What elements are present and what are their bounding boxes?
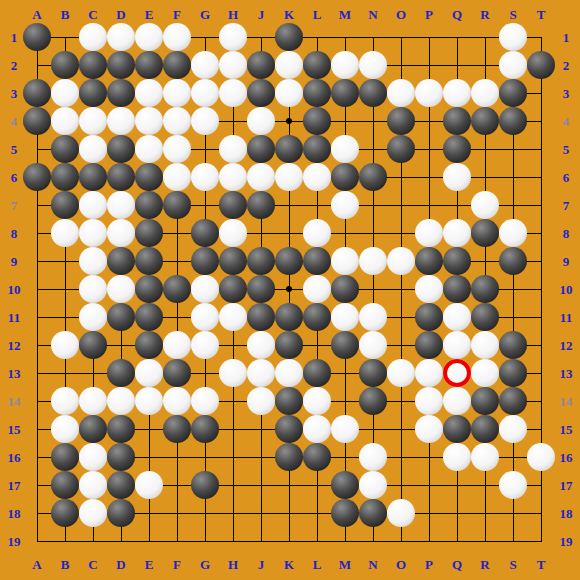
stone-black-D9[interactable] <box>107 247 135 275</box>
last-move-marker <box>443 359 471 387</box>
stone-white-N9[interactable] <box>359 247 387 275</box>
stone-black-L9[interactable] <box>303 247 331 275</box>
stone-black-D15[interactable] <box>107 415 135 443</box>
row-label-right-2: 2 <box>552 51 580 79</box>
stone-white-B14[interactable] <box>51 387 79 415</box>
col-label-top-J: J <box>247 0 275 28</box>
stone-black-C15[interactable] <box>79 415 107 443</box>
stone-white-N17[interactable] <box>359 471 387 499</box>
stone-black-D17[interactable] <box>107 471 135 499</box>
column-labels-bottom: ABCDEFGHJKLMNOPQRST <box>23 550 555 578</box>
stone-white-B8[interactable] <box>51 219 79 247</box>
stone-black-E10[interactable] <box>135 275 163 303</box>
stone-white-O13[interactable] <box>387 359 415 387</box>
col-label-top-H: H <box>219 0 247 28</box>
stone-white-K6[interactable] <box>275 163 303 191</box>
stone-white-H8[interactable] <box>219 219 247 247</box>
stone-black-Q5[interactable] <box>443 135 471 163</box>
stone-white-L14[interactable] <box>303 387 331 415</box>
stone-black-N13[interactable] <box>359 359 387 387</box>
stone-white-N2[interactable] <box>359 51 387 79</box>
col-label-bottom-L: L <box>303 550 331 578</box>
column-labels-top: ABCDEFGHJKLMNOPQRST <box>23 0 555 28</box>
col-label-top-S: S <box>499 0 527 28</box>
stone-white-S15[interactable] <box>499 415 527 443</box>
row-label-left-1: 1 <box>0 23 28 51</box>
stone-white-R16[interactable] <box>471 443 499 471</box>
stone-black-C6[interactable] <box>79 163 107 191</box>
col-label-top-C: C <box>79 0 107 28</box>
stone-black-L16[interactable] <box>303 443 331 471</box>
stone-black-N18[interactable] <box>359 499 387 527</box>
stone-white-B15[interactable] <box>51 415 79 443</box>
stone-black-D18[interactable] <box>107 499 135 527</box>
row-labels-left: 12345678910111213141516171819 <box>0 23 28 555</box>
stone-white-H3[interactable] <box>219 79 247 107</box>
row-label-left-10: 10 <box>0 275 28 303</box>
stone-white-L8[interactable] <box>303 219 331 247</box>
stone-white-Q12[interactable] <box>443 331 471 359</box>
stone-white-K2[interactable] <box>275 51 303 79</box>
stone-black-J7[interactable] <box>247 191 275 219</box>
stone-white-D14[interactable] <box>107 387 135 415</box>
stone-black-H10[interactable] <box>219 275 247 303</box>
stone-white-Q14[interactable] <box>443 387 471 415</box>
stone-white-C9[interactable] <box>79 247 107 275</box>
stone-white-E4[interactable] <box>135 107 163 135</box>
stone-white-D7[interactable] <box>107 191 135 219</box>
stone-white-S2[interactable] <box>499 51 527 79</box>
stone-black-T2[interactable] <box>527 51 555 79</box>
row-label-left-9: 9 <box>0 247 28 275</box>
stone-white-H2[interactable] <box>219 51 247 79</box>
stone-white-P15[interactable] <box>415 415 443 443</box>
stone-white-R3[interactable] <box>471 79 499 107</box>
stone-black-K12[interactable] <box>275 331 303 359</box>
stone-black-B6[interactable] <box>51 163 79 191</box>
stone-black-L4[interactable] <box>303 107 331 135</box>
stone-black-L3[interactable] <box>303 79 331 107</box>
stone-white-N16[interactable] <box>359 443 387 471</box>
stone-white-C17[interactable] <box>79 471 107 499</box>
stone-black-Q4[interactable] <box>443 107 471 135</box>
col-label-bottom-T: T <box>527 550 555 578</box>
row-label-left-19: 19 <box>0 527 28 555</box>
stone-black-P11[interactable] <box>415 303 443 331</box>
stone-black-C12[interactable] <box>79 331 107 359</box>
row-label-left-12: 12 <box>0 331 28 359</box>
col-label-top-G: G <box>191 0 219 28</box>
stone-white-M5[interactable] <box>331 135 359 163</box>
col-label-top-Q: Q <box>443 0 471 28</box>
stone-white-J4[interactable] <box>247 107 275 135</box>
stone-white-C16[interactable] <box>79 443 107 471</box>
stone-black-H9[interactable] <box>219 247 247 275</box>
col-label-bottom-R: R <box>471 550 499 578</box>
stone-black-C3[interactable] <box>79 79 107 107</box>
stone-white-M7[interactable] <box>331 191 359 219</box>
stone-black-Q10[interactable] <box>443 275 471 303</box>
row-label-right-3: 3 <box>552 79 580 107</box>
stone-white-M11[interactable] <box>331 303 359 331</box>
stone-white-G12[interactable] <box>191 331 219 359</box>
stone-white-Q16[interactable] <box>443 443 471 471</box>
stone-black-O4[interactable] <box>387 107 415 135</box>
stone-black-J9[interactable] <box>247 247 275 275</box>
stone-black-B2[interactable] <box>51 51 79 79</box>
stone-black-G17[interactable] <box>191 471 219 499</box>
go-game-screenshot: ABCDEFGHJKLMNOPQRST ABCDEFGHJKLMNOPQRST … <box>0 0 580 580</box>
stone-white-L15[interactable] <box>303 415 331 443</box>
col-label-bottom-S: S <box>499 550 527 578</box>
stone-black-Q15[interactable] <box>443 415 471 443</box>
stone-white-P3[interactable] <box>415 79 443 107</box>
stone-white-K3[interactable] <box>275 79 303 107</box>
stone-black-D6[interactable] <box>107 163 135 191</box>
stone-white-E14[interactable] <box>135 387 163 415</box>
stone-white-S8[interactable] <box>499 219 527 247</box>
stone-black-G9[interactable] <box>191 247 219 275</box>
stone-white-C8[interactable] <box>79 219 107 247</box>
col-label-top-T: T <box>527 0 555 28</box>
stone-black-D11[interactable] <box>107 303 135 331</box>
col-label-top-M: M <box>331 0 359 28</box>
stone-white-B3[interactable] <box>51 79 79 107</box>
row-label-right-6: 6 <box>552 163 580 191</box>
stone-white-C14[interactable] <box>79 387 107 415</box>
stone-black-E2[interactable] <box>135 51 163 79</box>
stone-black-K16[interactable] <box>275 443 303 471</box>
stone-white-Q6[interactable] <box>443 163 471 191</box>
stone-black-K11[interactable] <box>275 303 303 331</box>
stone-white-Q11[interactable] <box>443 303 471 331</box>
stone-black-K9[interactable] <box>275 247 303 275</box>
stone-white-E17[interactable] <box>135 471 163 499</box>
stone-black-B5[interactable] <box>51 135 79 163</box>
stone-black-E6[interactable] <box>135 163 163 191</box>
row-label-right-11: 11 <box>552 303 580 331</box>
stone-black-F15[interactable] <box>163 415 191 443</box>
stone-black-H7[interactable] <box>219 191 247 219</box>
stone-white-H11[interactable] <box>219 303 247 331</box>
stone-white-D8[interactable] <box>107 219 135 247</box>
stone-white-C5[interactable] <box>79 135 107 163</box>
col-label-top-P: P <box>415 0 443 28</box>
stone-white-F6[interactable] <box>163 163 191 191</box>
stone-black-N14[interactable] <box>359 387 387 415</box>
stone-white-F5[interactable] <box>163 135 191 163</box>
stone-black-E11[interactable] <box>135 303 163 331</box>
row-label-left-5: 5 <box>0 135 28 163</box>
stone-black-B18[interactable] <box>51 499 79 527</box>
stone-white-J13[interactable] <box>247 359 275 387</box>
stone-white-E13[interactable] <box>135 359 163 387</box>
stone-white-G10[interactable] <box>191 275 219 303</box>
stone-black-M18[interactable] <box>331 499 359 527</box>
stone-white-P8[interactable] <box>415 219 443 247</box>
stone-black-F7[interactable] <box>163 191 191 219</box>
stone-white-H13[interactable] <box>219 359 247 387</box>
stone-black-K14[interactable] <box>275 387 303 415</box>
stone-white-G6[interactable] <box>191 163 219 191</box>
row-label-left-6: 6 <box>0 163 28 191</box>
stone-white-B12[interactable] <box>51 331 79 359</box>
stone-white-D10[interactable] <box>107 275 135 303</box>
stone-white-C18[interactable] <box>79 499 107 527</box>
stone-black-M10[interactable] <box>331 275 359 303</box>
col-label-bottom-E: E <box>135 550 163 578</box>
stone-black-D13[interactable] <box>107 359 135 387</box>
stone-white-R12[interactable] <box>471 331 499 359</box>
stone-black-D3[interactable] <box>107 79 135 107</box>
stone-black-S13[interactable] <box>499 359 527 387</box>
stone-black-J11[interactable] <box>247 303 275 331</box>
stone-black-N6[interactable] <box>359 163 387 191</box>
stone-black-L5[interactable] <box>303 135 331 163</box>
stone-white-M15[interactable] <box>331 415 359 443</box>
stone-black-J10[interactable] <box>247 275 275 303</box>
stone-black-S4[interactable] <box>499 107 527 135</box>
col-label-bottom-J: J <box>247 550 275 578</box>
stone-black-D16[interactable] <box>107 443 135 471</box>
stone-black-G8[interactable] <box>191 219 219 247</box>
stone-white-P14[interactable] <box>415 387 443 415</box>
stone-black-E12[interactable] <box>135 331 163 359</box>
stone-white-S17[interactable] <box>499 471 527 499</box>
stone-black-M12[interactable] <box>331 331 359 359</box>
stone-black-P12[interactable] <box>415 331 443 359</box>
row-label-right-15: 15 <box>552 415 580 443</box>
row-label-left-18: 18 <box>0 499 28 527</box>
stone-black-Q9[interactable] <box>443 247 471 275</box>
stone-white-O18[interactable] <box>387 499 415 527</box>
row-label-right-13: 13 <box>552 359 580 387</box>
row-label-left-2: 2 <box>0 51 28 79</box>
stone-black-P9[interactable] <box>415 247 443 275</box>
stone-white-F3[interactable] <box>163 79 191 107</box>
col-label-bottom-O: O <box>387 550 415 578</box>
go-board[interactable] <box>23 23 555 555</box>
stone-white-J6[interactable] <box>247 163 275 191</box>
stone-white-K13[interactable] <box>275 359 303 387</box>
stone-black-E9[interactable] <box>135 247 163 275</box>
stone-white-F12[interactable] <box>163 331 191 359</box>
stone-white-T16[interactable] <box>527 443 555 471</box>
col-label-bottom-G: G <box>191 550 219 578</box>
stone-black-K15[interactable] <box>275 415 303 443</box>
stone-white-M9[interactable] <box>331 247 359 275</box>
stone-black-N3[interactable] <box>359 79 387 107</box>
stone-black-F10[interactable] <box>163 275 191 303</box>
stone-white-E3[interactable] <box>135 79 163 107</box>
row-label-left-8: 8 <box>0 219 28 247</box>
stone-black-B17[interactable] <box>51 471 79 499</box>
stone-black-R10[interactable] <box>471 275 499 303</box>
stone-white-H5[interactable] <box>219 135 247 163</box>
stone-white-F4[interactable] <box>163 107 191 135</box>
row-label-right-14: 14 <box>552 387 580 415</box>
row-label-right-8: 8 <box>552 219 580 247</box>
row-label-right-10: 10 <box>552 275 580 303</box>
stone-black-R4[interactable] <box>471 107 499 135</box>
stone-white-C4[interactable] <box>79 107 107 135</box>
stone-black-M6[interactable] <box>331 163 359 191</box>
row-label-right-18: 18 <box>552 499 580 527</box>
col-label-bottom-M: M <box>331 550 359 578</box>
col-label-bottom-K: K <box>275 550 303 578</box>
stone-black-J5[interactable] <box>247 135 275 163</box>
stone-white-B4[interactable] <box>51 107 79 135</box>
stone-white-G4[interactable] <box>191 107 219 135</box>
stone-white-M2[interactable] <box>331 51 359 79</box>
stone-black-K5[interactable] <box>275 135 303 163</box>
stone-white-N12[interactable] <box>359 331 387 359</box>
stone-black-J2[interactable] <box>247 51 275 79</box>
stone-black-R8[interactable] <box>471 219 499 247</box>
stone-black-G15[interactable] <box>191 415 219 443</box>
row-label-left-15: 15 <box>0 415 28 443</box>
col-label-bottom-H: H <box>219 550 247 578</box>
row-labels-right: 12345678910111213141516171819 <box>552 23 580 555</box>
stone-white-G3[interactable] <box>191 79 219 107</box>
stone-black-S9[interactable] <box>499 247 527 275</box>
row-label-right-5: 5 <box>552 135 580 163</box>
stone-black-E7[interactable] <box>135 191 163 219</box>
stone-white-L6[interactable] <box>303 163 331 191</box>
stone-white-E5[interactable] <box>135 135 163 163</box>
stone-white-J12[interactable] <box>247 331 275 359</box>
stone-black-B7[interactable] <box>51 191 79 219</box>
stone-white-R7[interactable] <box>471 191 499 219</box>
col-label-top-R: R <box>471 0 499 28</box>
row-label-right-16: 16 <box>552 443 580 471</box>
stone-white-R13[interactable] <box>471 359 499 387</box>
col-label-bottom-Q: Q <box>443 550 471 578</box>
stone-black-E8[interactable] <box>135 219 163 247</box>
row-label-right-19: 19 <box>552 527 580 555</box>
row-label-left-11: 11 <box>0 303 28 331</box>
stone-white-C7[interactable] <box>79 191 107 219</box>
stone-white-Q3[interactable] <box>443 79 471 107</box>
stone-black-F13[interactable] <box>163 359 191 387</box>
stone-white-L10[interactable] <box>303 275 331 303</box>
stone-black-S3[interactable] <box>499 79 527 107</box>
stone-black-F2[interactable] <box>163 51 191 79</box>
stone-black-M3[interactable] <box>331 79 359 107</box>
row-label-left-4: 4 <box>0 107 28 135</box>
stone-black-C2[interactable] <box>79 51 107 79</box>
stone-white-O9[interactable] <box>387 247 415 275</box>
col-label-top-N: N <box>359 0 387 28</box>
col-label-top-F: F <box>163 0 191 28</box>
stone-black-D2[interactable] <box>107 51 135 79</box>
stone-white-N11[interactable] <box>359 303 387 331</box>
col-label-top-L: L <box>303 0 331 28</box>
row-label-left-17: 17 <box>0 471 28 499</box>
row-label-right-9: 9 <box>552 247 580 275</box>
stone-white-G11[interactable] <box>191 303 219 331</box>
stone-white-H6[interactable] <box>219 163 247 191</box>
stone-black-L13[interactable] <box>303 359 331 387</box>
col-label-bottom-N: N <box>359 550 387 578</box>
stone-white-C11[interactable] <box>79 303 107 331</box>
stone-black-M17[interactable] <box>331 471 359 499</box>
stone-white-O3[interactable] <box>387 79 415 107</box>
col-label-bottom-F: F <box>163 550 191 578</box>
row-label-left-13: 13 <box>0 359 28 387</box>
row-label-right-7: 7 <box>552 191 580 219</box>
row-label-right-4: 4 <box>552 107 580 135</box>
stone-black-R14[interactable] <box>471 387 499 415</box>
row-label-left-7: 7 <box>0 191 28 219</box>
stone-white-D4[interactable] <box>107 107 135 135</box>
row-label-right-17: 17 <box>552 471 580 499</box>
col-label-top-D: D <box>107 0 135 28</box>
stone-black-R11[interactable] <box>471 303 499 331</box>
col-label-bottom-P: P <box>415 550 443 578</box>
stone-black-R15[interactable] <box>471 415 499 443</box>
stone-black-D5[interactable] <box>107 135 135 163</box>
stone-black-O5[interactable] <box>387 135 415 163</box>
row-label-left-3: 3 <box>0 79 28 107</box>
stone-white-C10[interactable] <box>79 275 107 303</box>
stone-white-F14[interactable] <box>163 387 191 415</box>
stone-black-L11[interactable] <box>303 303 331 331</box>
stone-black-S14[interactable] <box>499 387 527 415</box>
stone-white-G14[interactable] <box>191 387 219 415</box>
col-label-bottom-C: C <box>79 550 107 578</box>
stone-white-P13[interactable] <box>415 359 443 387</box>
stone-black-S12[interactable] <box>499 331 527 359</box>
row-label-left-16: 16 <box>0 443 28 471</box>
row-label-right-1: 1 <box>552 23 580 51</box>
stone-white-Q8[interactable] <box>443 219 471 247</box>
stone-black-L2[interactable] <box>303 51 331 79</box>
col-label-top-E: E <box>135 0 163 28</box>
col-label-top-K: K <box>275 0 303 28</box>
stone-black-B16[interactable] <box>51 443 79 471</box>
col-label-bottom-D: D <box>107 550 135 578</box>
row-label-right-12: 12 <box>552 331 580 359</box>
col-label-top-B: B <box>51 0 79 28</box>
stone-black-J3[interactable] <box>247 79 275 107</box>
col-label-top-O: O <box>387 0 415 28</box>
col-label-bottom-B: B <box>51 550 79 578</box>
stone-white-G2[interactable] <box>191 51 219 79</box>
stone-white-P10[interactable] <box>415 275 443 303</box>
row-label-left-14: 14 <box>0 387 28 415</box>
stone-white-J14[interactable] <box>247 387 275 415</box>
